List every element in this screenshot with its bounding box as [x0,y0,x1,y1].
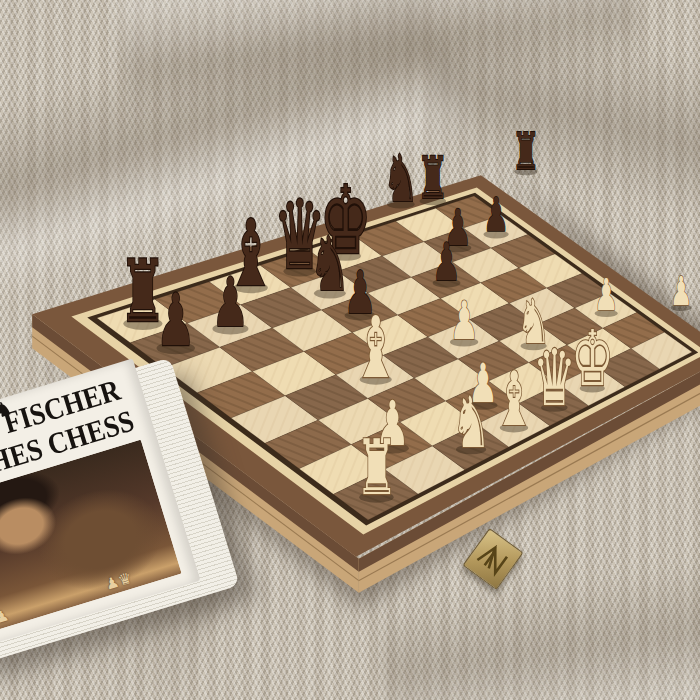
white-knight-c1: ♞ [451,380,490,463]
white-king-f1: ♚ [571,314,614,403]
white-pawn-e4: ♟ [449,290,478,351]
black-pawn-f6: ♟ [432,232,461,292]
captured-white-pawn: ♟ [670,267,692,314]
captured-black-knight: ♞ [383,141,419,217]
white-queen-e1: ♛ [533,332,576,422]
captured-black-rook: ♜ [512,122,540,181]
cover-chess-pieces: ♟♜♟ [0,606,11,635]
white-bishop-c4: ♝ [352,297,399,397]
white-rook-a1: ♜ [355,423,397,512]
black-pawn-h7: ♟ [483,188,509,242]
cover-chess-pieces: ♟♛ [103,569,134,594]
clasp-monogram-AN [473,539,512,578]
black-pawn-b7: ♟ [212,262,250,341]
white-bishop-d1: ♝ [493,355,535,443]
photo-scene: { "game": "chess", "scene_type": "produc… [0,0,700,700]
white-pawn-h3: ♟ [594,269,618,321]
